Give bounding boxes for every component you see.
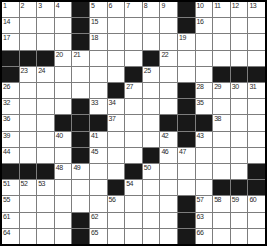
black-cell [72, 115, 89, 130]
white-cell[interactable]: 39 [2, 132, 19, 147]
white-cell[interactable]: 49 [72, 164, 89, 179]
white-cell[interactable]: 32 [2, 99, 19, 114]
clue-number: 57 [197, 196, 204, 204]
white-cell[interactable] [72, 196, 89, 211]
black-cell [213, 180, 230, 195]
clue-number: 39 [3, 132, 10, 140]
white-cell[interactable] [125, 213, 142, 228]
white-cell[interactable]: 53 [37, 180, 54, 195]
clue-number: 38 [214, 115, 221, 123]
black-cell [143, 51, 160, 66]
white-cell[interactable] [37, 196, 54, 211]
white-cell[interactable] [37, 213, 54, 228]
clue-number: 49 [73, 164, 80, 172]
white-cell[interactable] [125, 99, 142, 114]
white-cell[interactable] [72, 180, 89, 195]
clue-number: 3 [38, 2, 41, 10]
white-cell[interactable] [143, 99, 160, 114]
white-cell[interactable] [231, 51, 248, 66]
clue-number: 16 [197, 18, 204, 26]
black-cell [90, 115, 107, 130]
white-cell[interactable] [108, 213, 125, 228]
black-cell [108, 180, 125, 195]
black-cell [178, 213, 195, 228]
white-cell[interactable] [20, 83, 37, 98]
white-cell[interactable] [196, 148, 213, 163]
black-cell [72, 132, 89, 147]
white-cell[interactable]: 2 [20, 2, 37, 17]
clue-number: 14 [3, 18, 10, 26]
white-cell[interactable]: 21 [72, 51, 89, 66]
clue-number: 40 [56, 132, 63, 140]
clue-number: 1 [3, 2, 6, 10]
white-cell[interactable] [160, 213, 177, 228]
white-cell[interactable] [125, 148, 142, 163]
white-cell[interactable]: 3 [37, 2, 54, 17]
white-cell[interactable] [90, 196, 107, 211]
clue-number: 5 [91, 2, 94, 10]
white-cell[interactable] [20, 99, 37, 114]
white-cell[interactable]: 15 [90, 18, 107, 33]
white-cell[interactable]: 23 [20, 67, 37, 82]
white-cell[interactable]: 41 [90, 132, 107, 147]
white-cell[interactable] [231, 34, 248, 49]
white-cell[interactable] [178, 67, 195, 82]
black-cell [248, 164, 265, 179]
white-cell[interactable] [108, 34, 125, 49]
white-cell[interactable]: 20 [55, 51, 72, 66]
clue-number: 15 [91, 18, 98, 26]
white-cell[interactable] [143, 115, 160, 130]
white-cell[interactable] [213, 132, 230, 147]
white-cell[interactable] [213, 99, 230, 114]
white-cell[interactable] [125, 34, 142, 49]
black-cell [178, 18, 195, 33]
white-cell[interactable]: 64 [2, 229, 19, 244]
white-cell[interactable]: 5 [90, 2, 107, 17]
clue-number: 54 [126, 180, 133, 188]
white-cell[interactable] [37, 83, 54, 98]
black-cell [125, 164, 142, 179]
clue-number: 44 [3, 148, 10, 156]
clue-number: 2 [21, 2, 24, 10]
black-cell [125, 67, 142, 82]
white-cell[interactable] [213, 18, 230, 33]
white-cell[interactable]: 57 [196, 196, 213, 211]
black-cell [213, 67, 230, 82]
clue-number: 9 [161, 2, 164, 10]
clue-number: 7 [126, 2, 129, 10]
white-cell[interactable] [196, 67, 213, 82]
white-cell[interactable] [248, 229, 265, 244]
clue-number: 10 [197, 2, 204, 10]
white-cell[interactable]: 59 [231, 196, 248, 211]
clue-number: 64 [3, 229, 10, 237]
white-cell[interactable]: 22 [160, 51, 177, 66]
black-cell [196, 115, 213, 130]
black-cell [178, 99, 195, 114]
clue-number: 23 [21, 67, 28, 75]
clue-number: 33 [91, 99, 98, 107]
white-cell[interactable]: 36 [2, 115, 19, 130]
white-cell[interactable] [55, 34, 72, 49]
black-cell [178, 132, 195, 147]
white-cell[interactable] [248, 99, 265, 114]
white-cell[interactable]: 25 [143, 67, 160, 82]
white-cell[interactable] [90, 164, 107, 179]
white-cell[interactable] [55, 196, 72, 211]
white-cell[interactable] [231, 213, 248, 228]
black-cell [72, 34, 89, 49]
clue-number: 61 [3, 213, 10, 221]
clue-number: 43 [197, 132, 204, 140]
white-cell[interactable] [248, 132, 265, 147]
black-cell [248, 67, 265, 82]
crossword-puzzle: 1234567891011121314151617181920212223242… [0, 0, 267, 246]
white-cell[interactable] [160, 196, 177, 211]
white-cell[interactable] [108, 164, 125, 179]
white-cell[interactable]: 31 [248, 83, 265, 98]
black-cell [72, 229, 89, 244]
white-cell[interactable] [37, 99, 54, 114]
black-cell [72, 99, 89, 114]
clue-number: 34 [109, 99, 116, 107]
white-cell[interactable] [108, 67, 125, 82]
white-cell[interactable]: 30 [231, 83, 248, 98]
white-cell[interactable]: 1 [2, 2, 19, 17]
white-cell[interactable]: 34 [108, 99, 125, 114]
white-cell[interactable] [160, 67, 177, 82]
white-cell[interactable] [231, 148, 248, 163]
clue-number: 45 [91, 148, 98, 156]
white-cell[interactable] [231, 229, 248, 244]
white-cell[interactable] [143, 34, 160, 49]
white-cell[interactable]: 38 [213, 115, 230, 130]
white-cell[interactable] [37, 229, 54, 244]
clue-number: 62 [91, 213, 98, 221]
clue-number: 24 [38, 67, 45, 75]
white-cell[interactable]: 37 [108, 115, 125, 130]
clue-number: 28 [197, 83, 204, 91]
clue-number: 50 [144, 164, 151, 172]
white-cell[interactable]: 18 [90, 34, 107, 49]
white-cell[interactable] [125, 18, 142, 33]
black-cell [72, 148, 89, 163]
white-cell[interactable] [248, 148, 265, 163]
white-cell[interactable] [90, 67, 107, 82]
black-cell [178, 2, 195, 17]
crossword-board: 1234567891011121314151617181920212223242… [0, 0, 267, 246]
clue-number: 18 [91, 34, 98, 42]
white-cell[interactable] [20, 148, 37, 163]
white-cell[interactable]: 28 [196, 83, 213, 98]
clue-number: 60 [249, 196, 256, 204]
white-cell[interactable] [108, 18, 125, 33]
clue-number: 41 [91, 132, 98, 140]
white-cell[interactable] [125, 51, 142, 66]
clue-number: 56 [109, 196, 116, 204]
black-cell [20, 51, 37, 66]
clue-number: 17 [3, 34, 10, 42]
white-cell[interactable] [160, 18, 177, 33]
white-cell[interactable] [55, 99, 72, 114]
clue-number: 65 [91, 229, 98, 237]
black-cell [231, 180, 248, 195]
clue-number: 51 [3, 180, 10, 188]
clue-number: 37 [109, 115, 116, 123]
clue-number: 11 [214, 2, 220, 10]
clue-number: 58 [214, 196, 221, 204]
white-cell[interactable] [143, 83, 160, 98]
white-cell[interactable] [108, 229, 125, 244]
white-cell[interactable]: 16 [196, 18, 213, 33]
white-cell[interactable] [143, 132, 160, 147]
white-cell[interactable] [55, 67, 72, 82]
white-cell[interactable] [55, 213, 72, 228]
white-cell[interactable] [231, 115, 248, 130]
white-cell[interactable]: 54 [125, 180, 142, 195]
clue-number: 35 [197, 99, 204, 107]
white-cell[interactable]: 8 [143, 2, 160, 17]
white-cell[interactable]: 47 [178, 148, 195, 163]
white-cell[interactable] [72, 67, 89, 82]
white-cell[interactable] [248, 34, 265, 49]
white-cell[interactable] [37, 132, 54, 147]
white-cell[interactable] [248, 115, 265, 130]
white-cell[interactable] [37, 18, 54, 33]
white-cell[interactable]: 56 [108, 196, 125, 211]
white-cell[interactable] [196, 34, 213, 49]
clue-number: 19 [179, 34, 186, 42]
white-cell[interactable] [125, 196, 142, 211]
white-cell[interactable]: 4 [55, 2, 72, 17]
white-cell[interactable] [20, 34, 37, 49]
white-cell[interactable]: 40 [55, 132, 72, 147]
white-cell[interactable] [160, 99, 177, 114]
white-cell[interactable] [20, 115, 37, 130]
white-cell[interactable] [178, 164, 195, 179]
black-cell [178, 115, 195, 130]
black-cell [72, 2, 89, 17]
black-cell [160, 115, 177, 130]
clue-number: 20 [56, 51, 63, 59]
white-cell[interactable] [143, 180, 160, 195]
white-cell[interactable]: 35 [196, 99, 213, 114]
white-cell[interactable] [196, 51, 213, 66]
clue-number: 26 [3, 83, 10, 91]
white-cell[interactable] [143, 196, 160, 211]
white-cell[interactable] [20, 18, 37, 33]
white-cell[interactable]: 45 [90, 148, 107, 163]
white-cell[interactable]: 58 [213, 196, 230, 211]
white-cell[interactable] [213, 164, 230, 179]
clue-number: 47 [179, 148, 186, 156]
white-cell[interactable] [55, 229, 72, 244]
white-cell[interactable]: 14 [2, 18, 19, 33]
black-cell [2, 67, 19, 82]
white-cell[interactable]: 43 [196, 132, 213, 147]
white-cell[interactable] [213, 34, 230, 49]
clue-number: 21 [73, 51, 80, 59]
white-cell[interactable]: 7 [125, 2, 142, 17]
white-cell[interactable] [90, 83, 107, 98]
white-cell[interactable] [72, 83, 89, 98]
white-cell[interactable] [160, 34, 177, 49]
black-cell [2, 164, 19, 179]
white-cell[interactable]: 19 [178, 34, 195, 49]
clue-number: 66 [197, 229, 204, 237]
white-cell[interactable] [20, 132, 37, 147]
white-cell[interactable]: 62 [90, 213, 107, 228]
black-cell [37, 164, 54, 179]
white-cell[interactable] [108, 51, 125, 66]
white-cell[interactable] [248, 18, 265, 33]
white-cell[interactable] [143, 18, 160, 33]
white-cell[interactable] [108, 132, 125, 147]
clue-number: 52 [21, 180, 28, 188]
clue-number: 13 [249, 2, 256, 10]
clue-number: 32 [3, 99, 10, 107]
white-cell[interactable]: 9 [160, 2, 177, 17]
clue-number: 8 [144, 2, 147, 10]
white-cell[interactable]: 24 [37, 67, 54, 82]
clue-number: 55 [3, 196, 10, 204]
clue-number: 36 [3, 115, 10, 123]
white-cell[interactable] [178, 51, 195, 66]
white-cell[interactable]: 12 [231, 2, 248, 17]
white-cell[interactable]: 51 [2, 180, 19, 195]
white-cell[interactable] [125, 115, 142, 130]
clue-number: 42 [161, 132, 168, 140]
white-cell[interactable] [231, 18, 248, 33]
black-cell [108, 83, 125, 98]
white-cell[interactable] [160, 180, 177, 195]
white-cell[interactable]: 33 [90, 99, 107, 114]
white-cell[interactable] [213, 51, 230, 66]
white-cell[interactable] [20, 213, 37, 228]
white-cell[interactable]: 13 [248, 2, 265, 17]
clue-number: 48 [56, 164, 63, 172]
clue-number: 30 [232, 83, 239, 91]
clue-number: 46 [161, 148, 168, 156]
white-cell[interactable]: 50 [143, 164, 160, 179]
white-cell[interactable]: 17 [2, 34, 19, 49]
black-cell [72, 18, 89, 33]
white-cell[interactable]: 42 [160, 132, 177, 147]
black-cell [178, 196, 195, 211]
clue-number: 53 [38, 180, 45, 188]
white-cell[interactable]: 52 [20, 180, 37, 195]
white-cell[interactable] [20, 196, 37, 211]
white-cell[interactable]: 65 [90, 229, 107, 244]
white-cell[interactable]: 61 [2, 213, 19, 228]
white-cell[interactable]: 63 [196, 213, 213, 228]
white-cell[interactable]: 10 [196, 2, 213, 17]
white-cell[interactable]: 6 [108, 2, 125, 17]
black-cell [55, 115, 72, 130]
clue-number: 29 [214, 83, 221, 91]
white-cell[interactable]: 44 [2, 148, 19, 163]
clue-number: 59 [232, 196, 239, 204]
white-cell[interactable] [160, 83, 177, 98]
white-cell[interactable] [196, 164, 213, 179]
white-cell[interactable] [55, 18, 72, 33]
white-cell[interactable] [178, 180, 195, 195]
black-cell [20, 164, 37, 179]
white-cell[interactable] [90, 180, 107, 195]
white-cell[interactable] [55, 180, 72, 195]
white-cell[interactable] [248, 213, 265, 228]
black-cell [178, 83, 195, 98]
black-cell [37, 51, 54, 66]
black-cell [143, 148, 160, 163]
white-cell[interactable] [37, 148, 54, 163]
clue-number: 25 [144, 67, 151, 75]
white-cell[interactable] [196, 180, 213, 195]
white-cell[interactable] [213, 213, 230, 228]
white-cell[interactable]: 60 [248, 196, 265, 211]
white-cell[interactable]: 11 [213, 2, 230, 17]
white-cell[interactable]: 27 [125, 83, 142, 98]
clue-number: 4 [56, 2, 59, 10]
white-cell[interactable] [108, 148, 125, 163]
black-cell [72, 213, 89, 228]
white-cell[interactable] [37, 115, 54, 130]
white-cell[interactable] [248, 51, 265, 66]
white-cell[interactable] [231, 164, 248, 179]
white-cell[interactable] [213, 148, 230, 163]
white-cell[interactable] [55, 148, 72, 163]
clue-number: 22 [161, 51, 168, 59]
white-cell[interactable]: 66 [196, 229, 213, 244]
clue-number: 31 [249, 83, 256, 91]
white-cell[interactable]: 55 [2, 196, 19, 211]
white-cell[interactable] [55, 83, 72, 98]
black-cell [178, 229, 195, 244]
white-cell[interactable] [160, 229, 177, 244]
white-cell[interactable] [160, 164, 177, 179]
white-cell[interactable] [125, 229, 142, 244]
white-cell[interactable] [37, 34, 54, 49]
clue-number: 27 [126, 83, 133, 91]
white-cell[interactable] [231, 99, 248, 114]
white-cell[interactable] [143, 213, 160, 228]
white-cell[interactable] [125, 132, 142, 147]
white-cell[interactable]: 29 [213, 83, 230, 98]
clue-number: 6 [109, 2, 112, 10]
white-cell[interactable] [143, 229, 160, 244]
white-cell[interactable]: 48 [55, 164, 72, 179]
white-cell[interactable]: 46 [160, 148, 177, 163]
white-cell[interactable] [20, 229, 37, 244]
white-cell[interactable]: 26 [2, 83, 19, 98]
black-cell [2, 51, 19, 66]
black-cell [231, 67, 248, 82]
white-cell[interactable] [231, 132, 248, 147]
clue-number: 12 [232, 2, 239, 10]
white-cell[interactable] [90, 51, 107, 66]
clue-number: 63 [197, 213, 204, 221]
black-cell [248, 180, 265, 195]
white-cell[interactable] [213, 229, 230, 244]
